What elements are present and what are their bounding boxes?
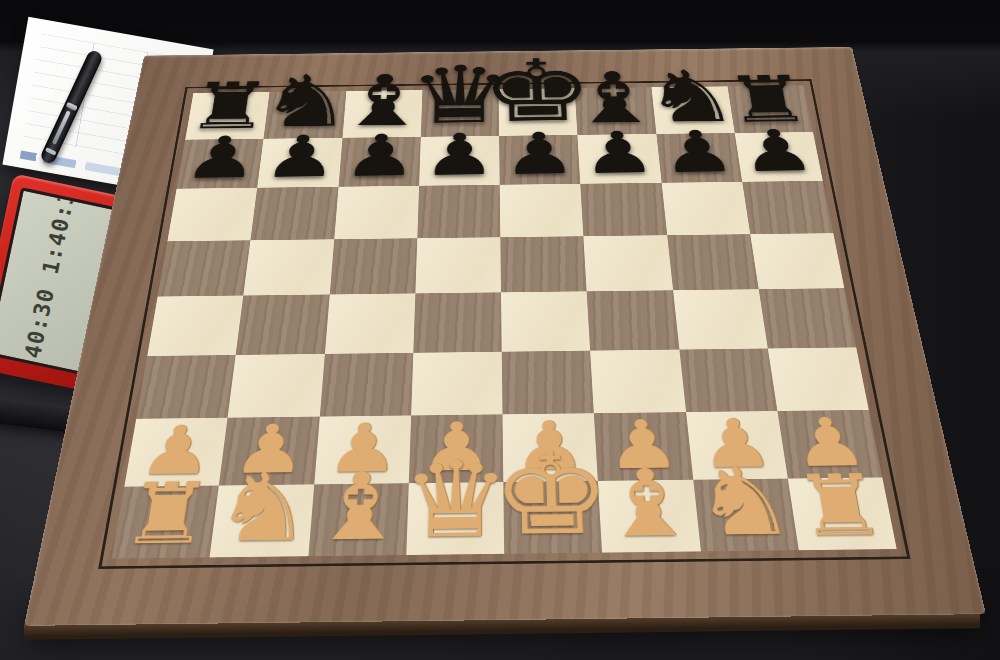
board-playing-area: ♜♞♝♛♚♝♞♜♟♟♟♟♟♟♟♟♟♟♟♟♟♟♟♟♜♞♝♛♚♝♞♜ [98,79,910,569]
square-f5[interactable] [584,235,673,291]
piece-white-bishop-f1[interactable]: ♝ [596,457,701,551]
piece-black-pawn-b7[interactable]: ♟ [261,128,340,186]
piece-black-pawn-h7[interactable]: ♟ [736,123,819,181]
square-h4[interactable] [758,288,856,348]
square-f4[interactable] [587,290,679,350]
square-e5[interactable] [500,236,587,292]
square-f7[interactable]: ♟ [578,134,662,184]
square-f3[interactable] [590,349,685,413]
square-e1[interactable]: ♚ [503,481,602,554]
square-e7[interactable]: ♟ [499,135,580,185]
square-c5[interactable] [329,238,417,295]
square-g6[interactable] [661,182,750,235]
square-g1[interactable]: ♞ [693,478,799,551]
square-g3[interactable] [679,348,777,412]
square-h7[interactable]: ♟ [734,132,822,182]
square-h3[interactable] [768,347,869,411]
square-a7[interactable]: ♟ [177,138,264,188]
piece-white-bishop-c1[interactable]: ♝ [307,461,410,555]
square-h1[interactable]: ♜ [788,477,897,550]
square-b3[interactable] [228,354,325,418]
piece-black-pawn-c7[interactable]: ♟ [341,127,417,185]
square-b5[interactable] [243,239,333,296]
square-d6[interactable] [417,185,500,238]
piece-black-pawn-g7[interactable]: ♟ [658,123,738,181]
square-b6[interactable] [251,187,338,240]
piece-black-pawn-e7[interactable]: ♟ [502,125,577,183]
chess-board: ♜♞♝♛♚♝♞♜♟♟♟♟♟♟♟♟♟♟♟♟♟♟♟♟♜♞♝♛♚♝♞♜ [24,47,986,626]
square-d7[interactable]: ♟ [419,136,500,186]
square-a5[interactable] [158,240,251,297]
piece-white-knight-b1[interactable]: ♞ [208,460,317,556]
square-a1[interactable]: ♜ [112,485,219,558]
board-grid: ♜♞♝♛♚♝♞♜♟♟♟♟♟♟♟♟♟♟♟♟♟♟♟♟♜♞♝♛♚♝♞♜ [112,85,897,558]
square-c3[interactable] [319,352,413,416]
square-b1[interactable]: ♞ [210,484,314,557]
piece-black-pawn-d7[interactable]: ♟ [422,126,496,184]
square-d4[interactable] [413,292,502,352]
piece-black-pawn-f7[interactable]: ♟ [580,124,658,182]
square-f6[interactable] [580,183,666,236]
square-c4[interactable] [325,293,416,353]
square-c6[interactable] [334,186,419,239]
square-h6[interactable] [742,181,833,234]
square-b7[interactable]: ♟ [257,138,342,188]
square-f1[interactable]: ♝ [598,479,700,552]
square-g4[interactable] [673,289,768,349]
square-e4[interactable] [501,291,590,351]
square-g5[interactable] [667,234,759,290]
square-a6[interactable] [167,188,257,241]
square-c7[interactable]: ♟ [338,137,420,187]
piece-white-rook-a1[interactable]: ♜ [116,471,217,556]
piece-black-pawn-a7[interactable]: ♟ [180,129,262,187]
square-c1[interactable]: ♝ [308,483,409,556]
square-e3[interactable] [502,350,594,414]
square-a4[interactable] [147,296,243,356]
piece-white-rook-h1[interactable]: ♜ [789,463,892,548]
scene: 1:40:30 1:40:30 ♜♞♝♛♚♝♞♜♟♟♟♟♟♟♟♟♟♟♟♟♟♟♟♟… [0,0,1000,660]
square-d1[interactable]: ♛ [406,482,504,555]
square-d3[interactable] [411,351,503,415]
piece-white-knight-g1[interactable]: ♞ [689,454,801,549]
square-b4[interactable] [236,294,329,354]
square-e6[interactable] [500,184,584,237]
square-d5[interactable] [415,237,501,293]
board-scene: ♜♞♝♛♚♝♞♜♟♟♟♟♟♟♟♟♟♟♟♟♟♟♟♟♜♞♝♛♚♝♞♜ [24,0,986,620]
square-h5[interactable] [750,233,844,289]
square-g7[interactable]: ♟ [656,133,742,183]
square-a3[interactable] [136,355,236,419]
